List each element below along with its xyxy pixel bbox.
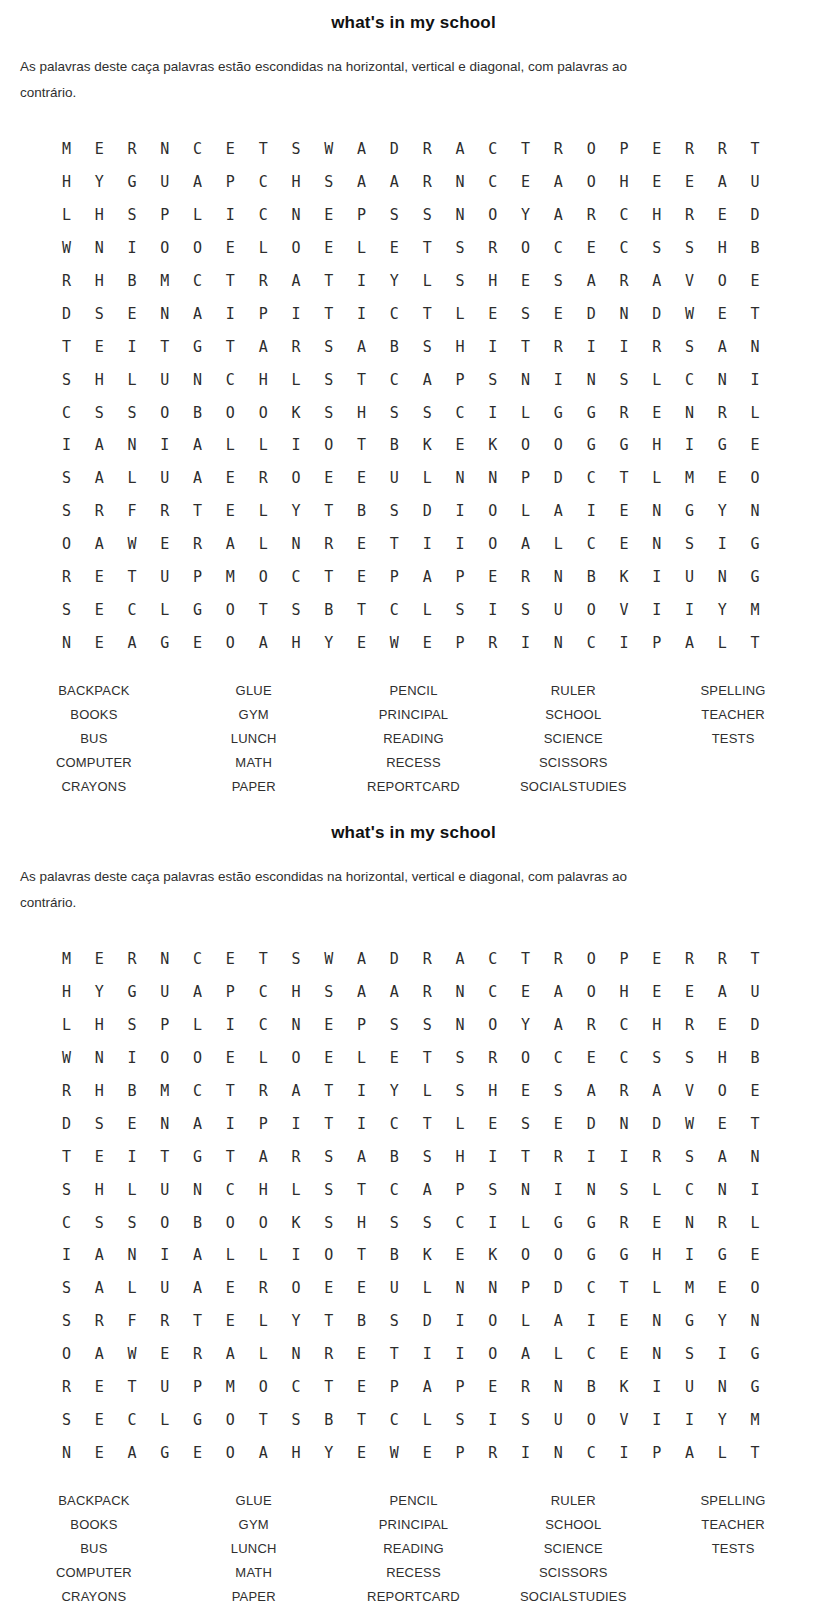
grid-cell: O [214, 1403, 247, 1436]
grid-cell: P [148, 199, 181, 232]
grid-cell: W [673, 1107, 706, 1140]
grid-cell: W [50, 232, 83, 265]
grid-cell: Y [706, 1403, 739, 1436]
grid-cell: L [739, 1206, 772, 1239]
grid-cell: P [608, 133, 641, 166]
grid-cell: T [345, 1403, 378, 1436]
grid-cell: C [608, 199, 641, 232]
grid-cell: S [411, 1140, 444, 1173]
grid-cell: I [411, 1338, 444, 1371]
grid-cell: I [575, 330, 608, 363]
grid-cell: A [706, 166, 739, 199]
grid-cell: C [575, 1338, 608, 1371]
grid-cell: L [640, 1272, 673, 1305]
grid-cell: V [673, 1075, 706, 1108]
grid-cell: T [214, 1075, 247, 1108]
grid-cell: E [476, 297, 509, 330]
grid-cell: C [116, 1403, 149, 1436]
grid-cell: C [116, 593, 149, 626]
grid-cell: O [476, 199, 509, 232]
grid-cell: I [280, 297, 313, 330]
grid-cell: V [608, 593, 641, 626]
grid-cell: E [739, 1239, 772, 1272]
grid-cell: N [640, 1305, 673, 1338]
grid-cell: S [312, 166, 345, 199]
grid-cell: N [673, 396, 706, 429]
grid-cell: L [116, 462, 149, 495]
grid-cell: L [509, 1206, 542, 1239]
grid-cell: I [148, 429, 181, 462]
grid-cell: C [50, 1206, 83, 1239]
grid-cell: N [542, 626, 575, 659]
grid-cell: C [575, 1436, 608, 1469]
word-list-column: PENCILPRINCIPALREADINGRECESSREPORTCARD [334, 1489, 494, 1609]
grid-cell: N [476, 1272, 509, 1305]
word-list-item: SOCIALSTUDIES [493, 1585, 653, 1609]
grid-cell: R [476, 1042, 509, 1075]
word-list-item: BUS [14, 727, 174, 751]
grid-cell: C [378, 297, 411, 330]
grid-cell: F [116, 1305, 149, 1338]
grid-cell: K [476, 1239, 509, 1272]
grid-cell: Y [280, 1305, 313, 1338]
word-list-item: READING [334, 1537, 494, 1561]
grid-cell: C [575, 462, 608, 495]
grid-cell: R [542, 330, 575, 363]
grid-cell: A [378, 166, 411, 199]
grid-cell: L [411, 265, 444, 298]
grid-cell: A [181, 1239, 214, 1272]
grid-cell: R [247, 1272, 280, 1305]
grid-cell: O [509, 232, 542, 265]
grid-cell: E [608, 1305, 641, 1338]
grid-cell: A [116, 626, 149, 659]
grid-cell: I [476, 1206, 509, 1239]
grid-cell: S [50, 1403, 83, 1436]
grid-cell: A [542, 1009, 575, 1042]
grid-cell: A [444, 943, 477, 976]
grid-cell: S [378, 396, 411, 429]
grid-cell: R [181, 528, 214, 561]
grid-cell: N [673, 1206, 706, 1239]
grid-cell: A [706, 330, 739, 363]
grid-cell: I [50, 1239, 83, 1272]
grid-cell: V [608, 1403, 641, 1436]
grid-cell: T [411, 297, 444, 330]
grid-cell: E [608, 1338, 641, 1371]
grid-cell: C [280, 561, 313, 594]
grid-cell: T [247, 133, 280, 166]
grid-cell: L [640, 462, 673, 495]
grid-cell: L [181, 199, 214, 232]
grid-cell: O [50, 1338, 83, 1371]
instructions: As palavras deste caça palavras estão es… [20, 54, 807, 106]
grid-cell: P [345, 199, 378, 232]
grid-cell: A [181, 1272, 214, 1305]
grid-cell: T [181, 1305, 214, 1338]
grid-cell: E [83, 561, 116, 594]
grid-cell: I [640, 1403, 673, 1436]
grid-cell: L [148, 593, 181, 626]
grid-cell: H [247, 363, 280, 396]
grid-cell: L [247, 232, 280, 265]
grid-cell: R [116, 133, 149, 166]
word-list-item: GYM [174, 703, 334, 727]
word-list-item: CRAYONS [14, 1585, 174, 1609]
grid-cell: N [706, 363, 739, 396]
word-list-item: PENCIL [334, 679, 494, 703]
grid-cell: C [378, 1107, 411, 1140]
grid-cell: A [345, 976, 378, 1009]
grid-cell: N [509, 363, 542, 396]
grid-cell: T [411, 1042, 444, 1075]
grid-cell: S [50, 1173, 83, 1206]
grid-cell: E [83, 626, 116, 659]
grid-cell: N [50, 1436, 83, 1469]
grid-cell: S [476, 1173, 509, 1206]
grid-cell: P [378, 561, 411, 594]
grid-cell: R [476, 232, 509, 265]
word-list-item: RULER [493, 679, 653, 703]
grid-cell: O [148, 1042, 181, 1075]
grid-cell: O [247, 1371, 280, 1404]
grid-cell: T [411, 232, 444, 265]
grid-cell: C [247, 1009, 280, 1042]
grid-cell: H [83, 199, 116, 232]
grid-cell: O [312, 1239, 345, 1272]
grid-cell: N [509, 1173, 542, 1206]
grid-cell: C [378, 1403, 411, 1436]
puzzle-title: what's in my school [0, 13, 827, 33]
grid-cell: N [575, 1173, 608, 1206]
word-list-item: SCIENCE [493, 727, 653, 751]
grid-cell: S [673, 330, 706, 363]
grid-cell: H [345, 396, 378, 429]
word-list-item: BACKPACK [14, 679, 174, 703]
grid-cell: A [247, 1140, 280, 1173]
grid-cell: N [444, 1272, 477, 1305]
grid-cell: C [181, 1075, 214, 1108]
grid-cell: E [706, 462, 739, 495]
grid-cell: E [214, 133, 247, 166]
grid-cell: L [411, 1075, 444, 1108]
grid-cell: A [280, 265, 313, 298]
grid-cell: O [575, 593, 608, 626]
grid-cell: O [280, 462, 313, 495]
grid-cell: S [444, 1075, 477, 1108]
grid-cell: C [444, 1206, 477, 1239]
grid-cell: G [739, 1371, 772, 1404]
grid-cell: I [214, 1107, 247, 1140]
word-list-item: SCIENCE [493, 1537, 653, 1561]
grid-cell: I [542, 1173, 575, 1206]
word-list-item: SCHOOL [493, 703, 653, 727]
grid-cell: S [608, 1173, 641, 1206]
grid-cell: A [411, 1173, 444, 1206]
grid-cell: A [411, 561, 444, 594]
grid-cell: E [509, 1075, 542, 1108]
grid-cell: Y [312, 1436, 345, 1469]
grid-cell: R [476, 1436, 509, 1469]
grid-cell: A [673, 626, 706, 659]
grid-cell: S [509, 297, 542, 330]
grid-cell: E [83, 133, 116, 166]
grid-cell: T [509, 943, 542, 976]
grid-cell: I [411, 528, 444, 561]
grid-cell: N [739, 1140, 772, 1173]
grid-cell: L [181, 1009, 214, 1042]
grid-cell: I [673, 1403, 706, 1436]
grid-cell: A [345, 330, 378, 363]
grid-cell: T [739, 297, 772, 330]
grid-cell: N [50, 626, 83, 659]
grid-cell: A [345, 943, 378, 976]
grid-cell: R [542, 1140, 575, 1173]
grid-cell: O [509, 1239, 542, 1272]
grid-cell: K [476, 429, 509, 462]
grid-cell: S [312, 396, 345, 429]
grid-cell: Y [706, 495, 739, 528]
grid-cell: P [181, 1371, 214, 1404]
grid-cell: K [411, 1239, 444, 1272]
grid-cell: C [214, 363, 247, 396]
grid-cell: S [444, 1403, 477, 1436]
grid-cell: A [181, 166, 214, 199]
grid-cell: U [148, 1272, 181, 1305]
grid-cell: S [640, 1042, 673, 1075]
grid-cell: C [247, 199, 280, 232]
grid-cell: R [706, 1206, 739, 1239]
grid-cell: S [116, 1009, 149, 1042]
grid-cell: Y [83, 976, 116, 1009]
grid-cell: O [575, 166, 608, 199]
grid-cell: O [476, 1009, 509, 1042]
grid-cell: A [640, 265, 673, 298]
grid-cell: S [640, 232, 673, 265]
grid-cell: O [476, 1338, 509, 1371]
grid-cell: T [312, 1107, 345, 1140]
grid-cell: S [444, 265, 477, 298]
grid-cell: B [739, 1042, 772, 1075]
grid-cell: E [640, 396, 673, 429]
grid-cell: U [148, 363, 181, 396]
grid-cell: L [542, 1338, 575, 1371]
grid-cell: N [706, 561, 739, 594]
grid-cell: N [444, 166, 477, 199]
grid-cell: L [116, 1272, 149, 1305]
grid-cell: N [148, 297, 181, 330]
grid-cell: N [181, 363, 214, 396]
grid-cell: H [444, 1140, 477, 1173]
grid-cell: A [509, 1338, 542, 1371]
grid-cell: M [739, 593, 772, 626]
grid-cell: S [444, 232, 477, 265]
grid-cell: M [50, 943, 83, 976]
grid-cell: A [181, 1107, 214, 1140]
grid-cell: S [50, 363, 83, 396]
grid-cell: A [83, 1239, 116, 1272]
word-list-item: TESTS [653, 1537, 813, 1561]
grid-cell: R [50, 1075, 83, 1108]
grid-cell: T [411, 1107, 444, 1140]
grid-cell: O [214, 1436, 247, 1469]
grid-cell: A [83, 1338, 116, 1371]
grid-cell: W [378, 626, 411, 659]
word-list: BACKPACKBOOKSBUSCOMPUTERCRAYONSGLUEGYMLU… [14, 1489, 813, 1609]
grid-cell: R [411, 133, 444, 166]
grid-cell: L [148, 1403, 181, 1436]
grid-cell: R [411, 943, 444, 976]
grid-cell: G [739, 561, 772, 594]
grid-cell: A [542, 976, 575, 1009]
grid-cell: M [214, 561, 247, 594]
grid-cell: I [444, 495, 477, 528]
grid-cell: L [247, 495, 280, 528]
grid-cell: T [739, 133, 772, 166]
grid-cell: S [280, 943, 313, 976]
grid-cell: M [739, 1403, 772, 1436]
grid-cell: R [673, 943, 706, 976]
grid-cell: A [542, 166, 575, 199]
word-list-item: PRINCIPAL [334, 703, 494, 727]
grid-cell: H [444, 330, 477, 363]
grid-cell: U [148, 462, 181, 495]
grid-cell: M [214, 1371, 247, 1404]
grid-cell: T [50, 330, 83, 363]
grid-cell: U [378, 1272, 411, 1305]
grid-cell: A [83, 462, 116, 495]
grid-cell: P [608, 943, 641, 976]
grid-cell: L [411, 462, 444, 495]
grid-cell: G [575, 429, 608, 462]
grid-cell: T [345, 593, 378, 626]
grid-cell: R [706, 396, 739, 429]
grid-cell: R [50, 561, 83, 594]
grid-cell: U [542, 1403, 575, 1436]
grid-cell: C [673, 363, 706, 396]
grid-cell: N [280, 1338, 313, 1371]
grid-cell: H [640, 429, 673, 462]
grid-cell: E [83, 1140, 116, 1173]
grid-cell: A [247, 1436, 280, 1469]
grid-cell: S [673, 1338, 706, 1371]
grid-cell: G [116, 166, 149, 199]
grid-cell: E [116, 1107, 149, 1140]
grid-cell: D [739, 199, 772, 232]
grid-cell: I [214, 199, 247, 232]
grid-cell: S [476, 363, 509, 396]
grid-cell: T [50, 1140, 83, 1173]
word-list-item: BOOKS [14, 1513, 174, 1537]
grid-cell: S [509, 1403, 542, 1436]
grid-cell: R [673, 199, 706, 232]
grid-cell: E [608, 495, 641, 528]
grid-cell: E [181, 626, 214, 659]
grid-cell: C [476, 166, 509, 199]
grid-cell: O [214, 1206, 247, 1239]
grid-cell: G [739, 1338, 772, 1371]
grid-cell: Y [378, 265, 411, 298]
grid-cell: C [575, 626, 608, 659]
grid-cell: U [148, 976, 181, 1009]
grid-cell: G [739, 528, 772, 561]
grid-cell: I [542, 363, 575, 396]
grid-cell: R [247, 1075, 280, 1108]
grid-cell: T [739, 626, 772, 659]
grid-cell: I [706, 528, 739, 561]
grid-cell: S [509, 1107, 542, 1140]
grid-cell: N [739, 495, 772, 528]
grid-cell: Y [509, 199, 542, 232]
grid-cell: E [181, 1436, 214, 1469]
grid-cell: I [345, 1075, 378, 1108]
grid-cell: T [214, 1140, 247, 1173]
grid-cell: I [673, 593, 706, 626]
grid-cell: A [83, 1272, 116, 1305]
grid-cell: S [378, 1305, 411, 1338]
grid-cell: O [214, 626, 247, 659]
grid-cell: G [116, 976, 149, 1009]
grid-cell: S [50, 1272, 83, 1305]
puzzle-section-2: what's in my school As palavras deste ca… [0, 810, 827, 1613]
grid-cell: B [378, 1140, 411, 1173]
grid-cell: A [575, 265, 608, 298]
grid-cell: N [444, 1009, 477, 1042]
grid-cell: U [378, 462, 411, 495]
grid-cell: E [640, 133, 673, 166]
grid-cell: N [542, 1371, 575, 1404]
grid-cell: E [575, 1042, 608, 1075]
grid-cell: S [312, 1173, 345, 1206]
word-list-item: GLUE [174, 1489, 334, 1513]
grid-cell: N [476, 462, 509, 495]
word-list-column: GLUEGYMLUNCHMATHPAPER [174, 1489, 334, 1609]
grid-cell: O [148, 232, 181, 265]
word-list-item: RECESS [334, 1561, 494, 1585]
grid-cell: S [50, 593, 83, 626]
grid-cell: B [312, 593, 345, 626]
grid-cell: L [50, 1009, 83, 1042]
grid-cell: O [476, 495, 509, 528]
grid-cell: D [542, 1272, 575, 1305]
grid-cell: N [148, 1107, 181, 1140]
grid-cell: L [247, 1305, 280, 1338]
grid-cell: C [50, 396, 83, 429]
grid-cell: I [608, 626, 641, 659]
grid-cell: I [476, 396, 509, 429]
grid-cell: A [181, 429, 214, 462]
grid-cell: E [706, 297, 739, 330]
grid-cell: E [83, 330, 116, 363]
grid-cell: O [476, 528, 509, 561]
grid-cell: T [509, 133, 542, 166]
grid-cell: W [312, 943, 345, 976]
grid-cell: H [83, 1009, 116, 1042]
grid-cell: E [378, 232, 411, 265]
grid-cell: L [280, 1173, 313, 1206]
grid-cell: G [575, 1206, 608, 1239]
grid-cell: S [673, 1140, 706, 1173]
grid-cell: I [345, 265, 378, 298]
grid-cell: E [312, 1272, 345, 1305]
grid-cell: E [444, 1239, 477, 1272]
grid-cell: L [509, 1305, 542, 1338]
grid-cell: V [673, 265, 706, 298]
grid-cell: P [444, 1173, 477, 1206]
grid-cell: G [575, 1239, 608, 1272]
grid-cell: T [214, 330, 247, 363]
grid-cell: E [706, 1272, 739, 1305]
